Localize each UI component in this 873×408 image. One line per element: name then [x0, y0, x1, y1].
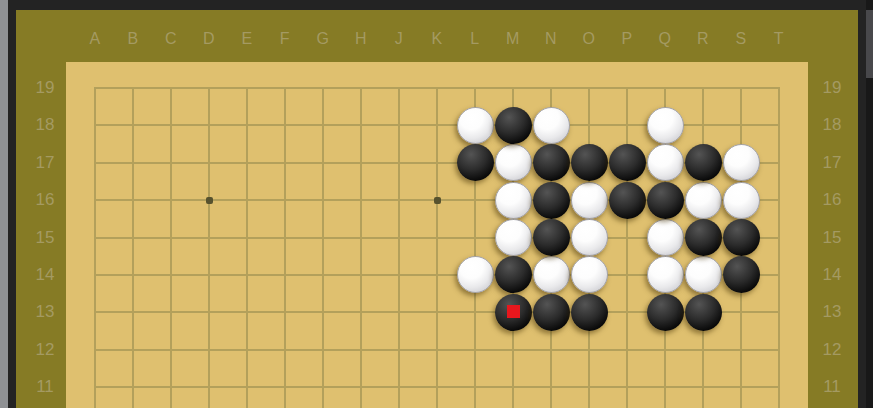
- row-label-right-18: 18: [816, 114, 848, 136]
- column-label-d: D: [190, 28, 228, 50]
- grid-line-vertical: [208, 87, 210, 408]
- stone-black-q16[interactable]: [647, 182, 684, 219]
- column-label-c: C: [152, 28, 190, 50]
- row-label-left-15: 15: [29, 227, 61, 249]
- stone-black-m13[interactable]: [495, 294, 532, 331]
- row-label-left-18: 18: [29, 114, 61, 136]
- stone-white-s17[interactable]: [723, 144, 760, 181]
- stone-white-q14[interactable]: [647, 256, 684, 293]
- grid-line-vertical: [626, 87, 628, 408]
- grid-line-vertical: [170, 87, 172, 408]
- stone-white-o15[interactable]: [571, 219, 608, 256]
- grid-line-horizontal: [94, 349, 780, 351]
- column-label-n: N: [532, 28, 570, 50]
- stone-white-o16[interactable]: [571, 182, 608, 219]
- grid-line-vertical: [398, 87, 400, 408]
- stone-black-r15[interactable]: [685, 219, 722, 256]
- stone-white-r14[interactable]: [685, 256, 722, 293]
- grid-line-vertical: [246, 87, 248, 408]
- stone-black-o17[interactable]: [571, 144, 608, 181]
- go-board[interactable]: [66, 62, 808, 408]
- column-label-k: K: [418, 28, 456, 50]
- grid-line-vertical: [322, 87, 324, 408]
- column-label-b: B: [114, 28, 152, 50]
- stone-white-o14[interactable]: [571, 256, 608, 293]
- stone-black-s15[interactable]: [723, 219, 760, 256]
- stone-black-r17[interactable]: [685, 144, 722, 181]
- stone-white-q15[interactable]: [647, 219, 684, 256]
- stone-black-n13[interactable]: [533, 294, 570, 331]
- stone-black-q13[interactable]: [647, 294, 684, 331]
- row-label-right-16: 16: [816, 189, 848, 211]
- column-label-m: M: [494, 28, 532, 50]
- row-label-left-14: 14: [29, 264, 61, 286]
- row-label-right-13: 13: [816, 301, 848, 323]
- column-label-q: Q: [646, 28, 684, 50]
- grid-line-horizontal: [94, 386, 780, 388]
- row-label-left-19: 19: [29, 77, 61, 99]
- stone-white-n18[interactable]: [533, 107, 570, 144]
- go-board-frame: ABCDEFGHJKLMNOPQRST 191817161514131211 1…: [16, 10, 858, 408]
- stone-black-n17[interactable]: [533, 144, 570, 181]
- stone-white-m17[interactable]: [495, 144, 532, 181]
- row-label-right-12: 12: [816, 339, 848, 361]
- column-label-r: R: [684, 28, 722, 50]
- row-label-left-17: 17: [29, 152, 61, 174]
- stone-black-p16[interactable]: [609, 182, 646, 219]
- grid-line-vertical: [360, 87, 362, 408]
- stone-white-m16[interactable]: [495, 182, 532, 219]
- row-label-left-11: 11: [29, 376, 61, 398]
- grid-line-horizontal: [94, 87, 780, 89]
- stone-white-l14[interactable]: [457, 256, 494, 293]
- stone-white-l18[interactable]: [457, 107, 494, 144]
- stone-black-r13[interactable]: [685, 294, 722, 331]
- stone-black-m18[interactable]: [495, 107, 532, 144]
- column-label-t: T: [760, 28, 798, 50]
- left-edge-strip: [0, 0, 8, 408]
- last-move-marker: [507, 305, 520, 318]
- column-label-p: P: [608, 28, 646, 50]
- row-label-left-16: 16: [29, 189, 61, 211]
- column-label-j: J: [380, 28, 418, 50]
- stone-white-m15[interactable]: [495, 219, 532, 256]
- row-label-right-14: 14: [816, 264, 848, 286]
- stone-black-o13[interactable]: [571, 294, 608, 331]
- stone-white-q17[interactable]: [647, 144, 684, 181]
- column-label-l: L: [456, 28, 494, 50]
- stone-white-n14[interactable]: [533, 256, 570, 293]
- stone-black-p17[interactable]: [609, 144, 646, 181]
- scrollbar-track[interactable]: [866, 0, 873, 408]
- row-label-right-11: 11: [816, 376, 848, 398]
- row-label-left-13: 13: [29, 301, 61, 323]
- column-label-g: G: [304, 28, 342, 50]
- row-label-right-19: 19: [816, 77, 848, 99]
- column-label-a: A: [76, 28, 114, 50]
- stone-black-n16[interactable]: [533, 182, 570, 219]
- column-label-s: S: [722, 28, 760, 50]
- grid-line-vertical: [778, 87, 780, 408]
- top-background-bar: [8, 0, 873, 10]
- column-label-f: F: [266, 28, 304, 50]
- stone-black-l17[interactable]: [457, 144, 494, 181]
- stone-white-r16[interactable]: [685, 182, 722, 219]
- star-point-k16: [434, 197, 441, 204]
- column-label-e: E: [228, 28, 266, 50]
- stone-black-n15[interactable]: [533, 219, 570, 256]
- stone-black-m14[interactable]: [495, 256, 532, 293]
- row-label-right-17: 17: [816, 152, 848, 174]
- row-label-left-12: 12: [29, 339, 61, 361]
- stone-white-q18[interactable]: [647, 107, 684, 144]
- row-label-right-15: 15: [816, 227, 848, 249]
- grid-line-vertical: [132, 87, 134, 408]
- grid-line-vertical: [94, 87, 96, 408]
- column-label-h: H: [342, 28, 380, 50]
- stone-white-s16[interactable]: [723, 182, 760, 219]
- star-point-d16: [206, 197, 213, 204]
- grid-line-vertical: [436, 87, 438, 408]
- grid-line-vertical: [284, 87, 286, 408]
- scrollbar-thumb[interactable]: [866, 10, 873, 78]
- stone-black-s14[interactable]: [723, 256, 760, 293]
- column-label-o: O: [570, 28, 608, 50]
